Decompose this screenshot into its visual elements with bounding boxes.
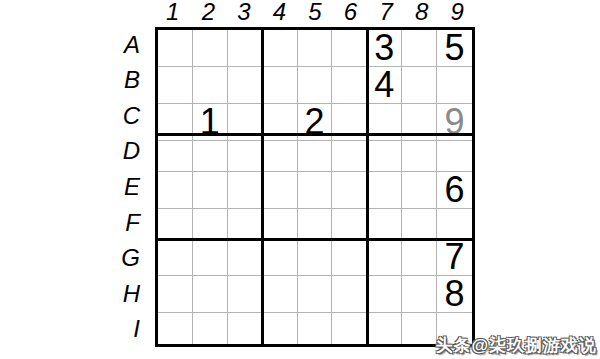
cell-E2[interactable] xyxy=(193,172,228,209)
cell-E1[interactable] xyxy=(158,172,193,209)
cell-A1[interactable] xyxy=(158,30,193,67)
cell-F5[interactable] xyxy=(298,209,333,240)
cell-A6[interactable] xyxy=(332,30,367,67)
box-divider-vertical-1 xyxy=(261,30,264,344)
cell-G7[interactable] xyxy=(367,239,402,276)
cell-G5[interactable] xyxy=(298,239,333,276)
cell-E6[interactable] xyxy=(332,172,367,209)
cell-B9[interactable] xyxy=(437,67,472,104)
cell-B7[interactable]: 4 xyxy=(367,67,402,104)
row-label-F: F xyxy=(98,205,148,241)
cell-I6[interactable] xyxy=(332,313,367,344)
cell-G2[interactable] xyxy=(193,239,228,276)
cell-A4[interactable] xyxy=(263,30,298,67)
cell-I8[interactable] xyxy=(402,313,437,344)
cell-D9[interactable] xyxy=(437,141,472,172)
cell-H4[interactable] xyxy=(263,276,298,313)
column-label-1: 1 xyxy=(155,0,191,26)
row-label-E: E xyxy=(98,169,148,205)
cell-A5[interactable] xyxy=(298,30,333,67)
cell-E5[interactable] xyxy=(298,172,333,209)
cell-E4[interactable] xyxy=(263,172,298,209)
cell-H2[interactable] xyxy=(193,276,228,313)
cell-H3[interactable] xyxy=(228,276,263,313)
sudoku-grid: 354129678 xyxy=(155,27,475,347)
cell-B4[interactable] xyxy=(263,67,298,104)
column-label-5: 5 xyxy=(297,0,333,26)
box-divider-horizontal-2 xyxy=(158,238,472,241)
column-label-6: 6 xyxy=(333,0,369,26)
cell-F9[interactable] xyxy=(437,209,472,240)
cell-A8[interactable] xyxy=(402,30,437,67)
cell-B8[interactable] xyxy=(402,67,437,104)
column-label-4: 4 xyxy=(262,0,298,26)
cell-G9[interactable]: 7 xyxy=(437,239,472,276)
cell-F4[interactable] xyxy=(263,209,298,240)
cell-D6[interactable] xyxy=(332,141,367,172)
cell-I5[interactable] xyxy=(298,313,333,344)
cell-E9[interactable]: 6 xyxy=(437,172,472,209)
row-label-A: A xyxy=(98,27,148,63)
cell-I3[interactable] xyxy=(228,313,263,344)
cell-E8[interactable] xyxy=(402,172,437,209)
cell-H1[interactable] xyxy=(158,276,193,313)
cell-I7[interactable] xyxy=(367,313,402,344)
cell-I2[interactable] xyxy=(193,313,228,344)
cell-F7[interactable] xyxy=(367,209,402,240)
cell-F2[interactable] xyxy=(193,209,228,240)
cell-G4[interactable] xyxy=(263,239,298,276)
cell-D3[interactable] xyxy=(228,141,263,172)
cell-F1[interactable] xyxy=(158,209,193,240)
row-label-B: B xyxy=(98,63,148,99)
column-labels: 123456789 xyxy=(155,0,475,26)
cell-B3[interactable] xyxy=(228,67,263,104)
column-label-8: 8 xyxy=(404,0,440,26)
row-label-D: D xyxy=(98,134,148,170)
cell-E7[interactable] xyxy=(367,172,402,209)
cell-G6[interactable] xyxy=(332,239,367,276)
column-label-7: 7 xyxy=(368,0,404,26)
row-labels: ABCDEFGHI xyxy=(98,27,148,347)
cell-I1[interactable] xyxy=(158,313,193,344)
cell-G8[interactable] xyxy=(402,239,437,276)
sudoku-diagram: 123456789 ABCDEFGHI 354129678 头条@柒玖捌游戏说 xyxy=(0,0,600,359)
cell-A3[interactable] xyxy=(228,30,263,67)
box-divider-vertical-2 xyxy=(366,30,369,344)
column-label-9: 9 xyxy=(439,0,475,26)
cell-H6[interactable] xyxy=(332,276,367,313)
cell-F6[interactable] xyxy=(332,209,367,240)
column-label-3: 3 xyxy=(226,0,262,26)
cell-I4[interactable] xyxy=(263,313,298,344)
cell-D4[interactable] xyxy=(263,141,298,172)
cell-D1[interactable] xyxy=(158,141,193,172)
cell-E3[interactable] xyxy=(228,172,263,209)
row-label-H: H xyxy=(98,276,148,312)
row-label-G: G xyxy=(98,240,148,276)
cell-A9[interactable]: 5 xyxy=(437,30,472,67)
cell-A2[interactable] xyxy=(193,30,228,67)
cell-D7[interactable] xyxy=(367,141,402,172)
cell-H8[interactable] xyxy=(402,276,437,313)
column-label-2: 2 xyxy=(191,0,227,26)
cell-D8[interactable] xyxy=(402,141,437,172)
cell-A7[interactable]: 3 xyxy=(367,30,402,67)
cell-H7[interactable] xyxy=(367,276,402,313)
row-label-C: C xyxy=(98,98,148,134)
cell-H5[interactable] xyxy=(298,276,333,313)
cell-H9[interactable]: 8 xyxy=(437,276,472,313)
cell-B2[interactable] xyxy=(193,67,228,104)
cell-F8[interactable] xyxy=(402,209,437,240)
cell-D5[interactable] xyxy=(298,141,333,172)
watermark: 头条@柒玖捌游戏说 xyxy=(435,334,597,357)
box-divider-horizontal-1 xyxy=(158,133,472,136)
cell-B1[interactable] xyxy=(158,67,193,104)
cell-B6[interactable] xyxy=(332,67,367,104)
cell-G3[interactable] xyxy=(228,239,263,276)
cell-B5[interactable] xyxy=(298,67,333,104)
cell-D2[interactable] xyxy=(193,141,228,172)
cell-F3[interactable] xyxy=(228,209,263,240)
cell-G1[interactable] xyxy=(158,239,193,276)
row-label-I: I xyxy=(98,311,148,347)
